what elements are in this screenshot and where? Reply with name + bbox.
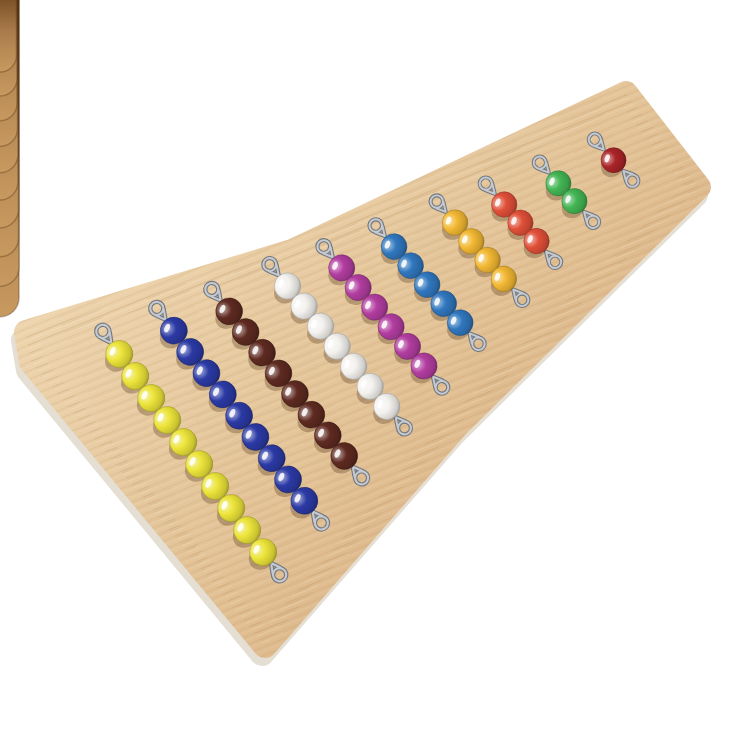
bead-stair-product-photo: [0, 0, 734, 734]
channel-1: [0, 0, 17, 72]
bead-stair-scene: [0, 0, 734, 734]
